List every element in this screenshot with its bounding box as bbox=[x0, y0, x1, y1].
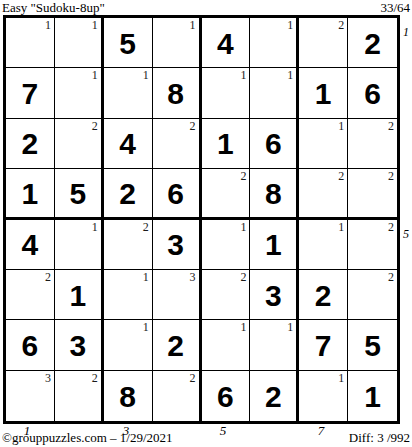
cell-r8c7[interactable]: 1 bbox=[299, 371, 348, 421]
pencil-mark: 3 bbox=[45, 371, 51, 385]
cell-r7c5[interactable]: 1 bbox=[202, 320, 251, 370]
pencil-mark: 2 bbox=[190, 371, 196, 385]
puzzle-title: Easy "Sudoku-8up" bbox=[2, 0, 105, 16]
cell-r5c5[interactable]: 1 bbox=[202, 220, 251, 270]
cell-r5c4[interactable]: 3 bbox=[153, 220, 202, 270]
cell-r6c5[interactable]: 2 bbox=[202, 270, 251, 320]
cell-r2c3[interactable]: 1 bbox=[104, 68, 153, 118]
given-digit: 6 bbox=[167, 177, 184, 209]
pencil-mark: 1 bbox=[92, 68, 98, 82]
cell-r5c1[interactable]: 4 bbox=[6, 220, 55, 270]
cell-r7c6[interactable]: 1 bbox=[250, 320, 299, 370]
pencil-mark: 1 bbox=[190, 18, 196, 32]
cell-r8c2[interactable]: 2 bbox=[55, 371, 104, 421]
cell-r7c1[interactable]: 6 bbox=[6, 320, 55, 370]
cell-r4c7[interactable]: 2 bbox=[299, 169, 348, 219]
given-digit: 2 bbox=[315, 279, 332, 311]
given-digit: 8 bbox=[167, 77, 184, 109]
pencil-mark: 2 bbox=[240, 270, 246, 284]
given-digit: 6 bbox=[217, 380, 234, 412]
cell-r5c2[interactable]: 1 bbox=[55, 220, 104, 270]
given-digit: 7 bbox=[22, 77, 39, 109]
cell-r1c8[interactable]: 2 bbox=[348, 18, 397, 68]
given-digit: 6 bbox=[364, 77, 381, 109]
given-digit: 4 bbox=[119, 127, 136, 159]
cell-r3c2[interactable]: 2 bbox=[55, 119, 104, 169]
given-digit: 2 bbox=[265, 380, 282, 412]
pencil-mark: 1 bbox=[240, 320, 246, 334]
cell-r8c4[interactable]: 2 bbox=[153, 371, 202, 421]
pencil-mark: 2 bbox=[388, 169, 394, 183]
cell-r4c5[interactable]: 2 bbox=[202, 169, 251, 219]
sudoku-board: 1151412271181116224216121526282241231112… bbox=[3, 15, 400, 424]
pencil-mark: 1 bbox=[143, 68, 149, 82]
given-digit: 2 bbox=[119, 177, 136, 209]
pencil-mark: 1 bbox=[92, 18, 98, 32]
given-digit: 3 bbox=[69, 329, 86, 361]
copyright-text: ©grouppuzzles.com – 1/29/2021 bbox=[2, 430, 173, 446]
given-digit: 8 bbox=[265, 177, 282, 209]
given-digit: 4 bbox=[22, 228, 39, 260]
cell-r5c8[interactable]: 2 bbox=[348, 220, 397, 270]
pencil-mark: 1 bbox=[240, 220, 246, 234]
pencil-mark: 2 bbox=[190, 119, 196, 133]
pencil-mark: 2 bbox=[92, 119, 98, 133]
cell-r8c6[interactable]: 2 bbox=[250, 371, 299, 421]
given-digit: 7 bbox=[315, 329, 332, 361]
cell-r2c6[interactable]: 1 bbox=[250, 68, 299, 118]
given-digit: 6 bbox=[22, 329, 39, 361]
cell-r3c5[interactable]: 1 bbox=[202, 119, 251, 169]
cell-r8c5[interactable]: 6 bbox=[202, 371, 251, 421]
cell-r3c1[interactable]: 2 bbox=[6, 119, 55, 169]
cell-r8c8[interactable]: 1 bbox=[348, 371, 397, 421]
cell-r8c1[interactable]: 3 bbox=[6, 371, 55, 421]
pencil-mark: 1 bbox=[338, 119, 344, 133]
cell-r2c2[interactable]: 1 bbox=[55, 68, 104, 118]
cell-r7c7[interactable]: 7 bbox=[299, 320, 348, 370]
cell-r4c3[interactable]: 2 bbox=[104, 169, 153, 219]
pencil-mark: 1 bbox=[338, 371, 344, 385]
pencil-mark: 2 bbox=[338, 18, 344, 32]
given-digit: 1 bbox=[364, 380, 381, 412]
pencil-mark: 2 bbox=[388, 220, 394, 234]
cell-r7c8[interactable]: 5 bbox=[348, 320, 397, 370]
given-digit: 2 bbox=[22, 127, 39, 159]
given-digit: 1 bbox=[315, 77, 332, 109]
cell-r1c3[interactable]: 5 bbox=[104, 18, 153, 68]
pencil-mark: 3 bbox=[190, 270, 196, 284]
given-digit: 3 bbox=[265, 279, 282, 311]
given-digit: 1 bbox=[217, 127, 234, 159]
pencil-mark: 2 bbox=[240, 169, 246, 183]
pencil-mark: 1 bbox=[287, 68, 293, 82]
row-label-1: 1 bbox=[403, 26, 412, 39]
given-digit: 8 bbox=[119, 380, 136, 412]
given-digit: 5 bbox=[364, 329, 381, 361]
puzzle-counter: 33/64 bbox=[380, 0, 410, 16]
cell-r1c6[interactable]: 1 bbox=[250, 18, 299, 68]
given-digit: 1 bbox=[265, 228, 282, 260]
cell-r4c1[interactable]: 1 bbox=[6, 169, 55, 219]
cell-r6c6[interactable]: 3 bbox=[250, 270, 299, 320]
pencil-mark: 1 bbox=[143, 320, 149, 334]
cell-r3c6[interactable]: 6 bbox=[250, 119, 299, 169]
cell-r2c5[interactable]: 1 bbox=[202, 68, 251, 118]
cell-r6c7[interactable]: 2 bbox=[299, 270, 348, 320]
cell-r1c4[interactable]: 1 bbox=[153, 18, 202, 68]
cell-r2c8[interactable]: 6 bbox=[348, 68, 397, 118]
cell-r5c7[interactable]: 1 bbox=[299, 220, 348, 270]
cell-r7c2[interactable]: 3 bbox=[55, 320, 104, 370]
pencil-mark: 2 bbox=[143, 220, 149, 234]
cell-r6c4[interactable]: 3 bbox=[153, 270, 202, 320]
cell-r1c2[interactable]: 1 bbox=[55, 18, 104, 68]
cell-r6c1[interactable]: 2 bbox=[6, 270, 55, 320]
cell-r1c5[interactable]: 4 bbox=[202, 18, 251, 68]
cell-r3c4[interactable]: 2 bbox=[153, 119, 202, 169]
given-digit: 5 bbox=[119, 27, 136, 59]
cell-r6c2[interactable]: 1 bbox=[55, 270, 104, 320]
cell-r3c3[interactable]: 4 bbox=[104, 119, 153, 169]
cell-r2c4[interactable]: 8 bbox=[153, 68, 202, 118]
cell-r6c8[interactable]: 2 bbox=[348, 270, 397, 320]
pencil-mark: 1 bbox=[143, 270, 149, 284]
header: Easy "Sudoku-8up" 33/64 bbox=[2, 0, 410, 14]
footer: ©grouppuzzles.com – 1/29/2021 Diff: 3 /9… bbox=[2, 431, 410, 446]
given-digit: 4 bbox=[217, 27, 234, 59]
cell-r2c7[interactable]: 1 bbox=[299, 68, 348, 118]
cell-r5c6[interactable]: 1 bbox=[250, 220, 299, 270]
cell-r4c6[interactable]: 8 bbox=[250, 169, 299, 219]
cell-r8c3[interactable]: 8 bbox=[104, 371, 153, 421]
cell-r4c4[interactable]: 6 bbox=[153, 169, 202, 219]
given-digit: 5 bbox=[69, 177, 86, 209]
cell-r5c3[interactable]: 2 bbox=[104, 220, 153, 270]
given-digit: 1 bbox=[69, 279, 86, 311]
cell-r3c8[interactable]: 2 bbox=[348, 119, 397, 169]
pencil-mark: 1 bbox=[92, 220, 98, 234]
given-digit: 6 bbox=[265, 127, 282, 159]
pencil-mark: 2 bbox=[388, 119, 394, 133]
cell-r1c7[interactable]: 2 bbox=[299, 18, 348, 68]
pencil-mark: 1 bbox=[338, 220, 344, 234]
pencil-mark: 1 bbox=[45, 18, 51, 32]
cell-r7c3[interactable]: 1 bbox=[104, 320, 153, 370]
cell-r4c8[interactable]: 2 bbox=[348, 169, 397, 219]
given-digit: 2 bbox=[167, 329, 184, 361]
cell-r1c1[interactable]: 1 bbox=[6, 18, 55, 68]
pencil-mark: 1 bbox=[240, 68, 246, 82]
given-digit: 2 bbox=[364, 27, 381, 59]
given-digit: 3 bbox=[167, 228, 184, 260]
pencil-mark: 1 bbox=[287, 320, 293, 334]
cell-r6c3[interactable]: 1 bbox=[104, 270, 153, 320]
pencil-mark: 2 bbox=[338, 169, 344, 183]
pencil-mark: 1 bbox=[287, 18, 293, 32]
cell-r3c7[interactable]: 1 bbox=[299, 119, 348, 169]
cell-r2c1[interactable]: 7 bbox=[6, 68, 55, 118]
pencil-mark: 2 bbox=[92, 371, 98, 385]
cell-r4c2[interactable]: 5 bbox=[55, 169, 104, 219]
given-digit: 1 bbox=[22, 177, 39, 209]
cell-r7c4[interactable]: 2 bbox=[153, 320, 202, 370]
difficulty-text: Diff: 3 /992 bbox=[349, 430, 410, 446]
pencil-mark: 2 bbox=[388, 270, 394, 284]
pencil-mark: 2 bbox=[45, 270, 51, 284]
row-label-5: 5 bbox=[403, 228, 412, 241]
